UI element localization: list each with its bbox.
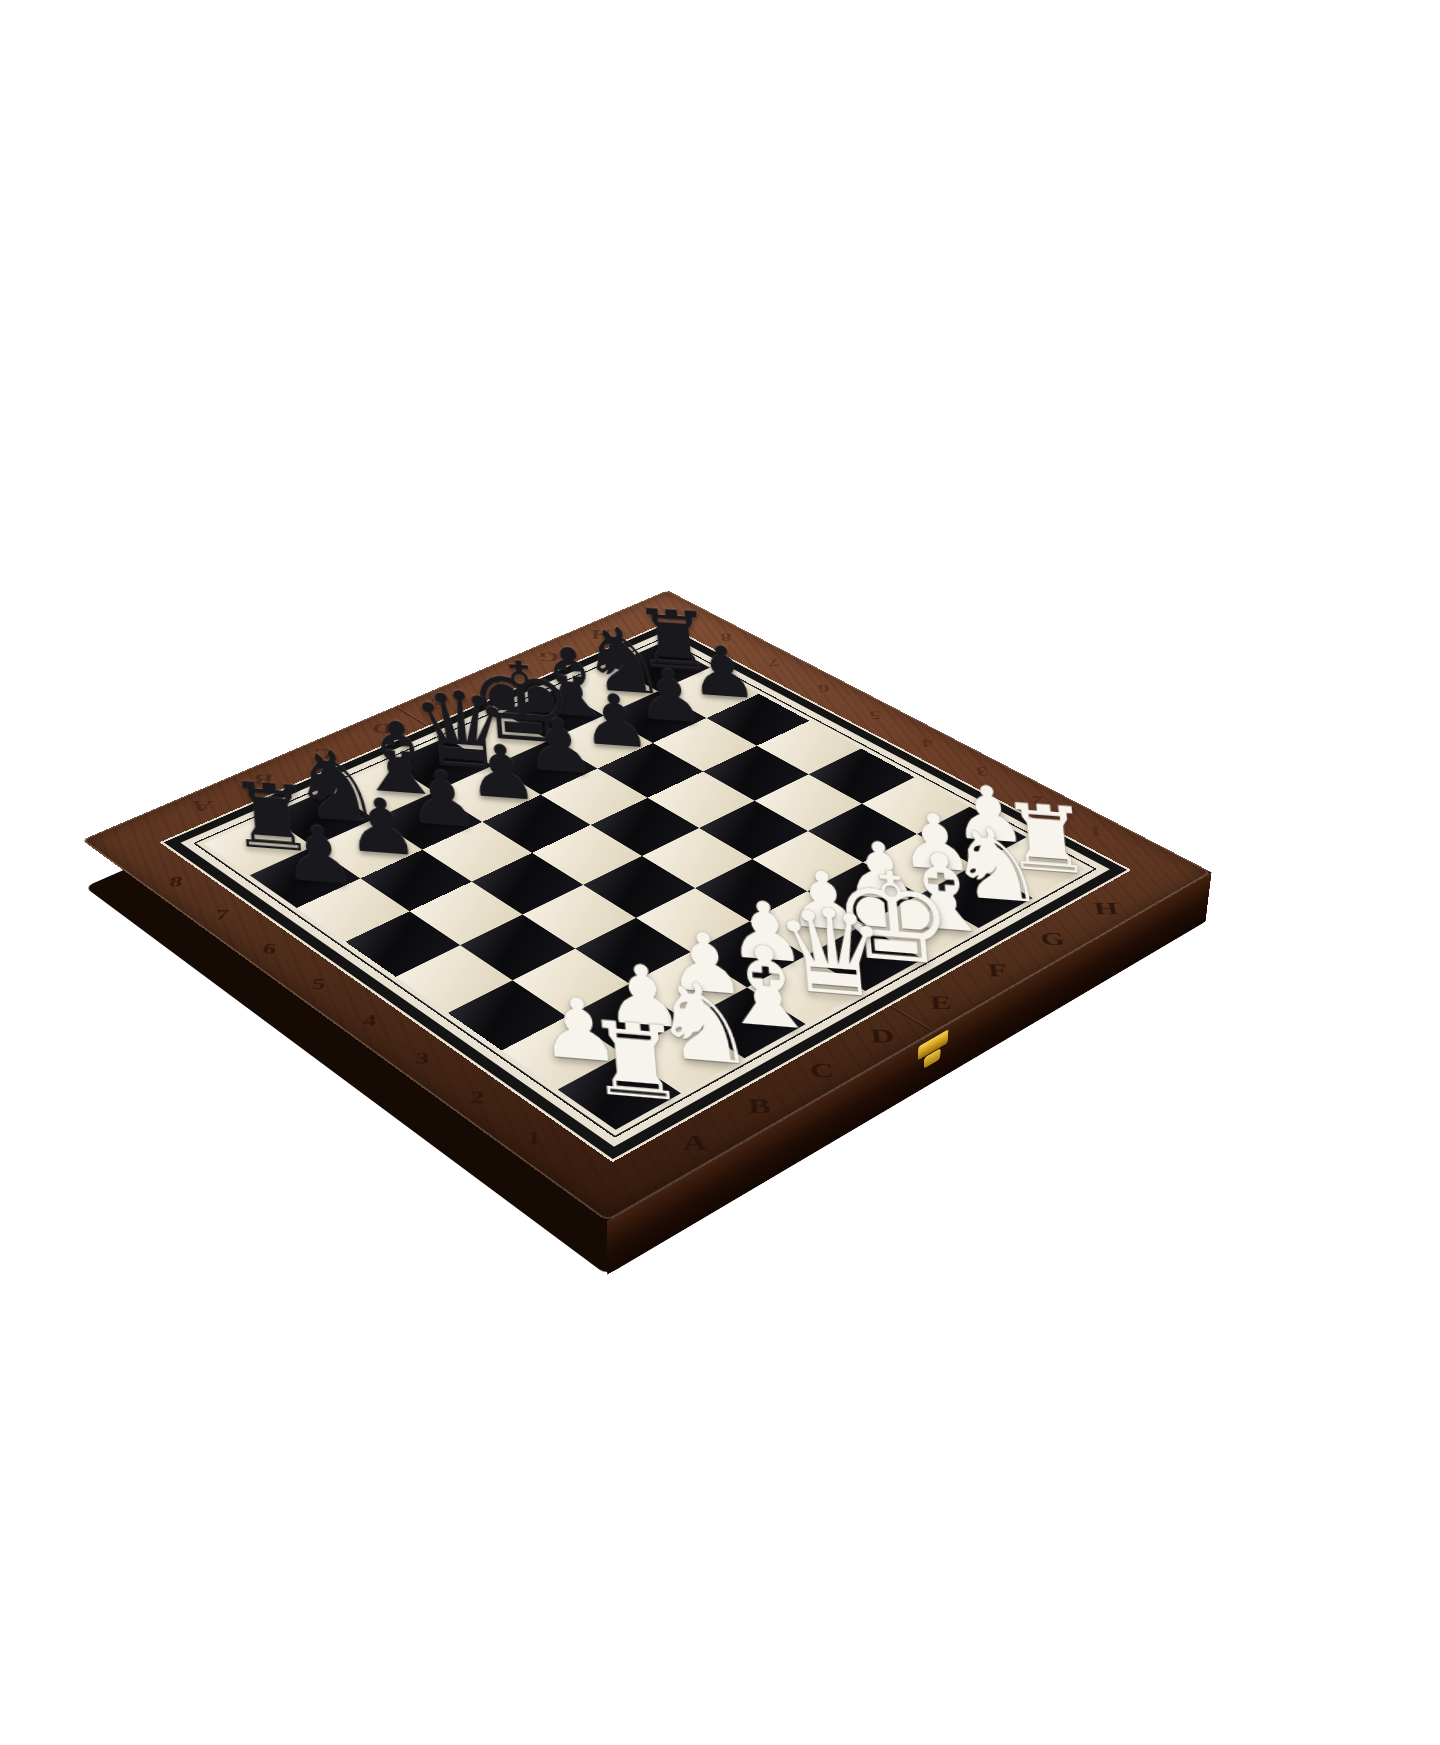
inner-margin: ♜♞♝♛♚♝♞♜♟♟♟♟♟♟♟♟♟♟♟♟♟♟♟♟♜♞♝♛♚♝♞♜: [181, 632, 1110, 1147]
product-photo-background: A B C D E F G H A B C D E F G H: [0, 0, 1440, 1745]
piece-white-rook-a1[interactable]: ♜: [582, 1014, 690, 1110]
chessboard-box: A B C D E F G H A B C D E F G H: [82, 590, 1212, 1221]
rank-label: 6: [803, 671, 845, 706]
piece-black-pawn-a7[interactable]: ♟: [272, 819, 366, 891]
pinstripe-border: ♜♞♝♛♚♝♞♜♟♟♟♟♟♟♟♟♟♟♟♟♟♟♟♟♜♞♝♛♚♝♞♜: [160, 623, 1132, 1162]
board-top-face: A B C D E F G H A B C D E F G H: [82, 590, 1212, 1221]
